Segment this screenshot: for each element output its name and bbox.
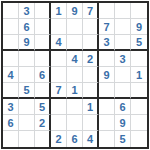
cell-r7c6[interactable]: 1 (83, 99, 99, 115)
cell-r7c8[interactable]: 6 (115, 99, 131, 115)
cell-r2c2[interactable]: 6 (19, 19, 35, 35)
cell-r3c8[interactable] (115, 35, 131, 51)
cell-r8c3[interactable]: 2 (35, 115, 51, 131)
cell-r3c2[interactable]: 9 (19, 35, 35, 51)
cell-r3c4[interactable]: 4 (51, 35, 67, 51)
cell-r4c2[interactable] (19, 51, 35, 67)
cell-r6c6[interactable] (83, 83, 99, 99)
cell-r5c7[interactable]: 9 (99, 67, 115, 83)
cell-r9c1[interactable] (3, 131, 19, 147)
sudoku-puzzle: 31976799435423469157135166292645 (0, 0, 150, 150)
cell-r6c2[interactable]: 5 (19, 83, 35, 99)
cell-r4c6[interactable]: 2 (83, 51, 99, 67)
cell-r8c6[interactable] (83, 115, 99, 131)
cell-r1c3[interactable] (35, 3, 51, 19)
cell-r8c5[interactable] (67, 115, 83, 131)
cell-r7c4[interactable] (51, 99, 67, 115)
cell-r2c5[interactable] (67, 19, 83, 35)
cell-r5c9[interactable]: 1 (131, 67, 147, 83)
cell-r3c5[interactable] (67, 35, 83, 51)
cell-r1c7[interactable] (99, 3, 115, 19)
sudoku-board: 31976799435423469157135166292645 (1, 1, 149, 149)
cell-r4c5[interactable]: 4 (67, 51, 83, 67)
cell-r6c8[interactable] (115, 83, 131, 99)
cell-r7c2[interactable] (19, 99, 35, 115)
cell-r2c9[interactable]: 9 (131, 19, 147, 35)
cell-r9c6[interactable]: 4 (83, 131, 99, 147)
cell-r4c9[interactable] (131, 51, 147, 67)
cell-r2c6[interactable] (83, 19, 99, 35)
cell-r8c9[interactable] (131, 115, 147, 131)
cell-r1c2[interactable]: 3 (19, 3, 35, 19)
cell-r4c7[interactable] (99, 51, 115, 67)
cell-r4c3[interactable] (35, 51, 51, 67)
cell-r1c8[interactable] (115, 3, 131, 19)
cell-r2c3[interactable] (35, 19, 51, 35)
cell-r5c5[interactable] (67, 67, 83, 83)
cell-r2c1[interactable] (3, 19, 19, 35)
cell-r1c5[interactable]: 9 (67, 3, 83, 19)
cell-r6c1[interactable] (3, 83, 19, 99)
cell-r6c5[interactable]: 1 (67, 83, 83, 99)
cell-r5c1[interactable]: 4 (3, 67, 19, 83)
cell-r3c3[interactable] (35, 35, 51, 51)
cell-r6c9[interactable] (131, 83, 147, 99)
cell-r3c1[interactable] (3, 35, 19, 51)
cell-r8c8[interactable]: 9 (115, 115, 131, 131)
cell-r1c9[interactable] (131, 3, 147, 19)
cell-r8c1[interactable]: 6 (3, 115, 19, 131)
cell-r3c9[interactable]: 5 (131, 35, 147, 51)
cell-r4c1[interactable] (3, 51, 19, 67)
cell-r5c8[interactable] (115, 67, 131, 83)
cell-r1c4[interactable]: 1 (51, 3, 67, 19)
cell-r2c4[interactable] (51, 19, 67, 35)
cell-r5c4[interactable] (51, 67, 67, 83)
cell-r6c4[interactable]: 7 (51, 83, 67, 99)
cell-r7c9[interactable] (131, 99, 147, 115)
cell-r2c8[interactable] (115, 19, 131, 35)
cell-r9c2[interactable] (19, 131, 35, 147)
cell-r1c1[interactable] (3, 3, 19, 19)
cell-r9c8[interactable]: 5 (115, 131, 131, 147)
cell-r8c7[interactable] (99, 115, 115, 131)
cell-r1c6[interactable]: 7 (83, 3, 99, 19)
cell-r7c3[interactable]: 5 (35, 99, 51, 115)
cell-r9c3[interactable] (35, 131, 51, 147)
cell-r9c5[interactable]: 6 (67, 131, 83, 147)
cell-r7c7[interactable] (99, 99, 115, 115)
cell-r4c4[interactable] (51, 51, 67, 67)
cell-r3c7[interactable]: 3 (99, 35, 115, 51)
cell-r8c2[interactable] (19, 115, 35, 131)
cell-r9c7[interactable] (99, 131, 115, 147)
cell-r5c6[interactable] (83, 67, 99, 83)
cell-r5c3[interactable]: 6 (35, 67, 51, 83)
cell-r6c3[interactable] (35, 83, 51, 99)
cell-r5c2[interactable] (19, 67, 35, 83)
cell-r8c4[interactable] (51, 115, 67, 131)
cell-r9c9[interactable] (131, 131, 147, 147)
cell-r7c1[interactable]: 3 (3, 99, 19, 115)
cell-r6c7[interactable] (99, 83, 115, 99)
cell-r2c7[interactable]: 7 (99, 19, 115, 35)
cell-r3c6[interactable] (83, 35, 99, 51)
cell-r7c5[interactable] (67, 99, 83, 115)
cell-r4c8[interactable]: 3 (115, 51, 131, 67)
cell-r9c4[interactable]: 2 (51, 131, 67, 147)
